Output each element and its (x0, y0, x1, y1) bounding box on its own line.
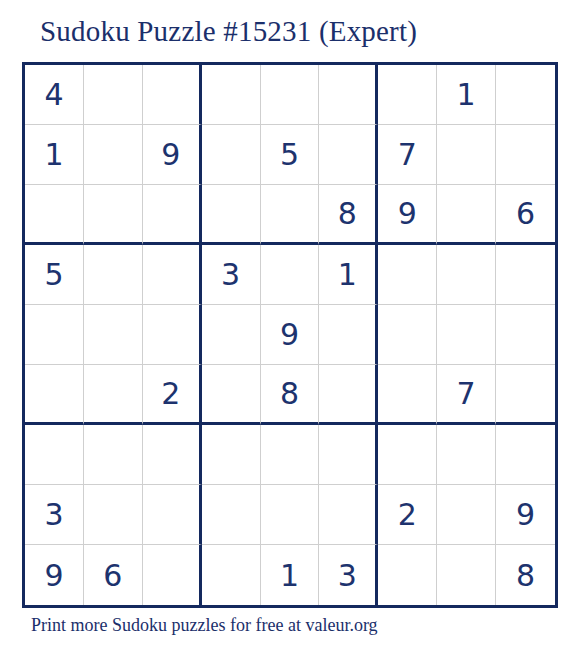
cell-r9c3[interactable] (143, 545, 202, 605)
cell-r2c1[interactable]: 1 (25, 125, 84, 185)
cell-r1c8[interactable]: 1 (437, 65, 496, 125)
cell-r5c3[interactable] (143, 305, 202, 365)
cell-r2c2[interactable] (84, 125, 143, 185)
cell-r3c9[interactable]: 6 (496, 185, 555, 245)
cell-r8c5[interactable] (261, 485, 320, 545)
cell-r4c6[interactable]: 1 (319, 245, 378, 305)
cell-r9c2[interactable]: 6 (84, 545, 143, 605)
cell-r7c3[interactable] (143, 425, 202, 485)
cell-r4c3[interactable] (143, 245, 202, 305)
cell-r6c8[interactable]: 7 (437, 365, 496, 425)
cell-r8c4[interactable] (202, 485, 261, 545)
sudoku-page: Sudoku Puzzle #15231 (Expert) 4119578965… (0, 0, 580, 651)
cell-r5c4[interactable] (202, 305, 261, 365)
cell-r1c2[interactable] (84, 65, 143, 125)
cell-r1c4[interactable] (202, 65, 261, 125)
cell-r7c1[interactable] (25, 425, 84, 485)
cell-r9c5[interactable]: 1 (261, 545, 320, 605)
cell-r3c8[interactable] (437, 185, 496, 245)
footer-text: Print more Sudoku puzzles for free at va… (31, 615, 378, 636)
cell-r5c8[interactable] (437, 305, 496, 365)
cell-r7c4[interactable] (202, 425, 261, 485)
cell-r1c9[interactable] (496, 65, 555, 125)
cell-r4c8[interactable] (437, 245, 496, 305)
cell-r6c5[interactable]: 8 (261, 365, 320, 425)
cell-r9c4[interactable] (202, 545, 261, 605)
cell-r3c6[interactable]: 8 (319, 185, 378, 245)
cell-r7c5[interactable] (261, 425, 320, 485)
cell-r7c8[interactable] (437, 425, 496, 485)
cell-r9c9[interactable]: 8 (496, 545, 555, 605)
cell-r8c8[interactable] (437, 485, 496, 545)
cell-r6c9[interactable] (496, 365, 555, 425)
cell-r6c3[interactable]: 2 (143, 365, 202, 425)
cell-r1c1[interactable]: 4 (25, 65, 84, 125)
cell-r3c7[interactable]: 9 (378, 185, 437, 245)
cell-r3c5[interactable] (261, 185, 320, 245)
cell-r7c6[interactable] (319, 425, 378, 485)
cell-r9c1[interactable]: 9 (25, 545, 84, 605)
page-title: Sudoku Puzzle #15231 (Expert) (40, 15, 417, 48)
cell-r5c2[interactable] (84, 305, 143, 365)
cell-r4c1[interactable]: 5 (25, 245, 84, 305)
cell-r1c7[interactable] (378, 65, 437, 125)
cell-r4c9[interactable] (496, 245, 555, 305)
cell-r2c6[interactable] (319, 125, 378, 185)
cell-r8c9[interactable]: 9 (496, 485, 555, 545)
cell-r7c2[interactable] (84, 425, 143, 485)
cell-r6c6[interactable] (319, 365, 378, 425)
cell-r3c2[interactable] (84, 185, 143, 245)
cell-r5c7[interactable] (378, 305, 437, 365)
cell-r4c2[interactable] (84, 245, 143, 305)
cell-r3c1[interactable] (25, 185, 84, 245)
sudoku-board: 411957896531928732996138 (22, 62, 558, 608)
cell-r6c7[interactable] (378, 365, 437, 425)
cell-r4c7[interactable] (378, 245, 437, 305)
cell-r8c7[interactable]: 2 (378, 485, 437, 545)
cell-r2c3[interactable]: 9 (143, 125, 202, 185)
cell-r5c6[interactable] (319, 305, 378, 365)
cell-r2c5[interactable]: 5 (261, 125, 320, 185)
cell-r1c3[interactable] (143, 65, 202, 125)
cell-r9c7[interactable] (378, 545, 437, 605)
cell-r7c7[interactable] (378, 425, 437, 485)
cell-r8c3[interactable] (143, 485, 202, 545)
cell-r8c1[interactable]: 3 (25, 485, 84, 545)
cell-r7c9[interactable] (496, 425, 555, 485)
cell-r6c4[interactable] (202, 365, 261, 425)
cell-r3c3[interactable] (143, 185, 202, 245)
cell-r6c2[interactable] (84, 365, 143, 425)
cell-r2c7[interactable]: 7 (378, 125, 437, 185)
cell-r3c4[interactable] (202, 185, 261, 245)
cell-r8c6[interactable] (319, 485, 378, 545)
cell-r5c1[interactable] (25, 305, 84, 365)
cell-r5c5[interactable]: 9 (261, 305, 320, 365)
cell-r4c5[interactable] (261, 245, 320, 305)
cell-r5c9[interactable] (496, 305, 555, 365)
cell-r8c2[interactable] (84, 485, 143, 545)
cell-r1c5[interactable] (261, 65, 320, 125)
cell-r6c1[interactable] (25, 365, 84, 425)
cell-r9c8[interactable] (437, 545, 496, 605)
cell-r9c6[interactable]: 3 (319, 545, 378, 605)
cell-r1c6[interactable] (319, 65, 378, 125)
cell-r2c4[interactable] (202, 125, 261, 185)
cell-r2c9[interactable] (496, 125, 555, 185)
cell-r4c4[interactable]: 3 (202, 245, 261, 305)
cell-r2c8[interactable] (437, 125, 496, 185)
